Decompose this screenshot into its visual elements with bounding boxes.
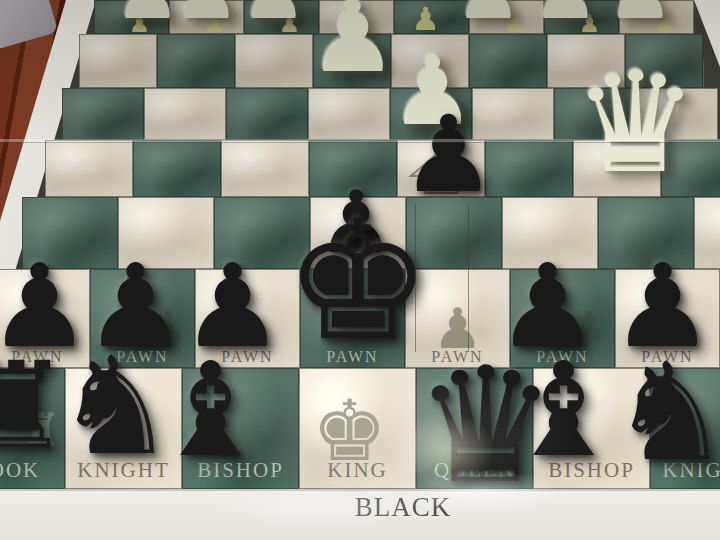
square-b8[interactable]: KNIGHT♞: [650, 368, 720, 489]
piece-black-knight-b8[interactable]: ♞: [610, 360, 720, 465]
square-f3[interactable]: [235, 34, 313, 88]
piece-white-pawn-f2[interactable]: ♟: [236, 0, 311, 22]
side-label-black: BLACK: [343, 492, 463, 523]
board-rank-8: ROOK♜♜KNIGHT♞BISHOP♝KING♚QUEEN♛BISHOP♝KN…: [0, 368, 720, 489]
square-g3[interactable]: [157, 34, 235, 88]
piece-white-pawn-c2[interactable]: ♟: [451, 0, 526, 22]
square-a2[interactable]: ♟♟: [619, 0, 694, 34]
square-e7[interactable]: PAWN♚: [300, 269, 405, 368]
piece-black-bishop-c8[interactable]: ♝: [505, 360, 622, 461]
square-g4[interactable]: [144, 88, 226, 140]
square-e3[interactable]: ♟: [313, 34, 391, 88]
square-f8[interactable]: BISHOP♝: [182, 368, 299, 489]
square-h5[interactable]: [45, 140, 133, 197]
printed-icon-king-e8: ♚: [291, 398, 408, 465]
square-h4[interactable]: [62, 88, 144, 140]
piece-white-pawn-g2[interactable]: ♟: [169, 0, 244, 22]
board-fold-crease: [0, 139, 720, 142]
square-c3[interactable]: [469, 34, 547, 88]
square-e4[interactable]: [308, 88, 390, 140]
piece-white-pawn-b2[interactable]: ♟: [528, 0, 603, 22]
board-brand-text: NO STRESS CHESS: [48, 527, 657, 540]
square-e8[interactable]: KING♚: [299, 368, 416, 489]
move-track-annotation: [415, 204, 469, 352]
square-c5[interactable]: [485, 140, 573, 197]
piece-white-pawn-a2[interactable]: ♟: [603, 0, 678, 22]
photo-canvas: ♟♟♟♟♟♟♟♟♟♟♟♟♟♟♟ ♟♛♟PAWN♟PAWN♟♟PAWN♟PAWN♚…: [0, 0, 720, 540]
gray-fabric-object: [0, 0, 58, 50]
board-bottom-banner: BLACK NO STRESS CHESS: [0, 489, 720, 540]
square-g5[interactable]: [133, 140, 221, 197]
square-h3[interactable]: [79, 34, 157, 88]
square-h2[interactable]: ♟♟: [94, 0, 169, 34]
square-b5[interactable]: ♛: [573, 140, 661, 197]
piece-black-king-e7[interactable]: ♚: [284, 217, 389, 346]
piece-white-pawn-e3[interactable]: ♟: [308, 0, 386, 76]
piece-white-queen-b5[interactable]: ♛: [573, 68, 661, 177]
piece-black-bishop-f8[interactable]: ♝: [152, 360, 269, 461]
square-g2[interactable]: ♟♟: [169, 0, 244, 34]
square-f4[interactable]: [226, 88, 308, 140]
